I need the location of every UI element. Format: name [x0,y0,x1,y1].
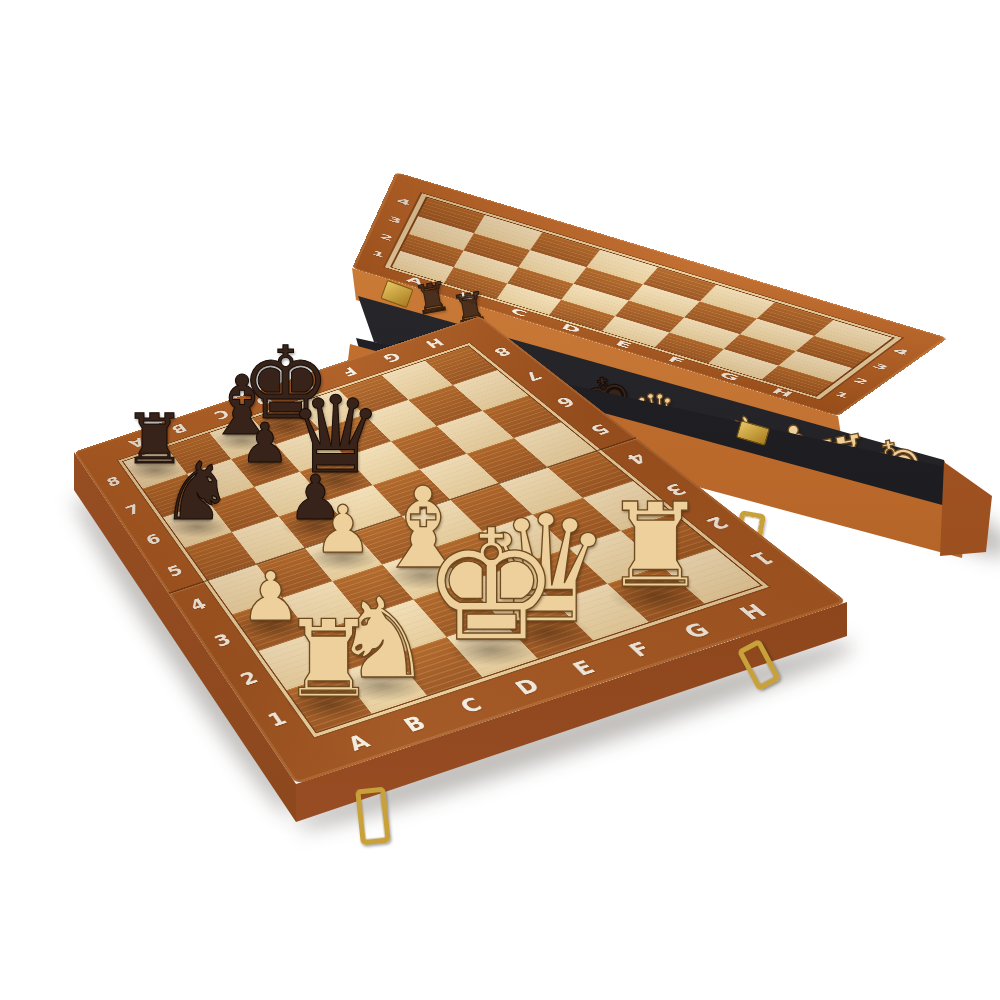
cast-shadow [885,474,1000,565]
lid-square-b1 [474,215,542,250]
square-c3[interactable] [332,565,413,617]
lid-square-a2 [409,216,474,250]
fold-seam [168,437,637,594]
square-g2[interactable] [569,531,661,584]
case-right-side [0,0,1000,1000]
case-front-wall [0,0,1000,1000]
square-h7[interactable] [453,370,528,411]
lid-square-g3 [724,334,796,365]
lid-rank-label: 4 [395,195,412,207]
lid-square-d1 [586,250,658,285]
stored-white-queen[interactable]: ♛ [624,383,684,448]
case-hanging-clasp-icon[interactable] [734,510,766,552]
square-a5[interactable] [185,532,256,580]
lid-square-a4 [392,251,454,283]
lid-file-label: A [405,274,425,287]
black-pawn-c5[interactable]: ♟ [288,468,343,530]
square-a3[interactable] [232,598,310,651]
file-label-front: E [567,656,601,680]
square-h2[interactable] [621,514,715,566]
square-f4[interactable] [450,483,533,531]
square-h3[interactable] [583,481,673,531]
case-lid-board: ABCDEFGH11223344 [352,172,948,416]
file-label-front: H [734,600,774,624]
case-front-left-latch-icon[interactable] [370,382,401,405]
file-label-back: D [252,392,276,408]
stored-white-king[interactable]: ♚ [853,426,932,511]
file-label-front: C [455,693,488,718]
square-a8[interactable] [123,447,186,488]
square-h5[interactable] [514,422,596,467]
lid-rank-label: 3 [387,214,404,226]
lid-square-d4 [549,300,615,331]
white-queen-e1[interactable]: ♛ [479,496,612,645]
lid-rank-label: 2 [850,376,871,386]
square-f2[interactable] [517,548,608,602]
lid-file-label: C [508,306,529,318]
square-e6[interactable] [345,441,419,485]
playing-board-area: AABBCCDDEEFFGGHH1122334455667788♚♝♟♜♛♟♞♟… [0,0,1000,1000]
stored-white-knight[interactable]: ♞ [717,403,781,472]
square-h6[interactable] [482,395,561,438]
lid-file-label: F [665,355,687,366]
rank-label-right: 6 [552,394,580,410]
lid-square-e3 [615,301,684,333]
square-g3[interactable] [533,498,621,548]
rank-label-right: 7 [520,368,547,384]
rank-label-right: 1 [744,547,780,569]
square-g7[interactable] [408,385,482,426]
lid-square-e1 [643,267,716,301]
lid-file-label: G [717,370,742,382]
rank-label-right: 8 [490,344,515,359]
lid-square-e4 [602,316,669,347]
lid-square-h2 [796,336,872,368]
file-label-back: B [168,421,190,437]
square-b4[interactable] [256,548,332,598]
white-rook-g1[interactable]: ♜ [603,488,708,605]
piece-shadow [213,430,270,451]
square-e5[interactable] [373,469,450,515]
black-knight-a6[interactable]: ♞ [161,452,233,532]
lid-square-h4 [762,366,834,396]
white-pawn-c4[interactable]: ♟ [313,497,372,563]
piece-shadow [127,460,182,480]
square-c7[interactable] [231,444,300,487]
white-bishop-d3[interactable]: ♝ [373,472,473,584]
lid-square-d2 [574,267,644,300]
file-label-front: D [510,674,546,699]
piece-shadow [233,612,308,639]
lid-square-f1 [700,285,775,319]
piece-shadow [303,469,368,493]
lid-rank-label: 1 [371,248,387,259]
lid-square-b2 [464,233,531,267]
lid-latch-icon[interactable] [380,280,413,308]
square-b2[interactable] [310,617,393,673]
rank-label-left: 2 [236,667,262,690]
lid-square-e2 [629,284,700,317]
lid-square-c2 [518,250,586,284]
cast-shadow [294,630,856,840]
board-front-left-clasp-icon[interactable] [355,787,391,846]
lid-square-b4 [444,267,507,299]
lid-rank-label: 4 [890,346,913,357]
square-f3[interactable] [482,515,568,566]
lid-rank-label: 1 [832,390,853,400]
stored-black-rook[interactable]: ♜ [390,331,439,384]
lid-board-grid [392,198,892,396]
square-a7[interactable] [143,474,209,517]
lid-square-a1 [418,198,485,233]
lid-square-f2 [684,301,757,334]
square-d8[interactable] [252,404,319,444]
square-f8[interactable] [339,375,409,415]
rank-label-right: 2 [700,512,734,532]
file-label-back: E [295,379,317,394]
square-b1[interactable] [340,655,427,714]
square-f7[interactable] [364,400,437,441]
storage-case: ABCDEFGH11223344♜♜♜♞♝♟♚♛♟♞♝♜♚ [0,0,1000,1000]
square-d4[interactable] [353,516,432,565]
stored-black-bishop[interactable]: ♝ [484,351,538,409]
piece-shadow [384,561,462,589]
rank-label-left: 4 [186,594,210,614]
square-h1[interactable] [661,548,760,603]
square-a2[interactable] [259,634,340,690]
square-c1[interactable] [393,637,482,695]
lid-file-label: H [769,387,795,399]
lid-rank-label: 3 [870,361,892,371]
piece-shadow [281,514,349,539]
white-king-d1[interactable]: ♚ [422,509,560,663]
square-d5[interactable] [326,485,402,532]
cast-shadow [66,489,303,821]
stored-white-rook[interactable]: ♜ [811,424,880,498]
square-g8[interactable] [382,361,453,400]
lid-square-h1 [814,320,892,353]
lid-file-label: E [613,339,634,351]
lid-rank-label: 2 [379,231,395,242]
rank-label-left: 7 [122,501,143,518]
black-bishop-c8[interactable]: ♝ [205,365,278,447]
lid-square-f3 [669,317,740,349]
square-e7[interactable] [320,415,391,457]
square-d1[interactable] [447,619,538,677]
lid-square-g1 [757,302,833,336]
square-g4[interactable] [499,467,583,515]
square-e3[interactable] [432,531,517,582]
rank-label-right: 3 [660,480,692,499]
square-e1[interactable] [500,602,593,659]
black-pawn-c7[interactable]: ♟ [240,416,289,471]
piece-shadow [447,634,536,666]
piece-shadow [235,456,295,478]
rank-label-left: 8 [103,473,123,489]
table-shadows [0,0,1000,1000]
square-a4[interactable] [208,564,282,614]
rank-label-right: 4 [621,449,652,467]
square-c8[interactable] [209,418,275,459]
square-d3[interactable] [382,548,465,600]
piece-shadow [307,545,379,571]
lid-square-h3 [778,351,852,382]
square-b6[interactable] [209,487,279,532]
piece-shadow [166,515,228,538]
square-c2[interactable] [362,600,447,655]
stored-white-bishop[interactable]: ♝ [764,414,830,485]
stored-black-knight[interactable]: ♞ [437,341,488,396]
lid-square-c4 [497,283,561,315]
file-label-front: F [623,638,658,662]
file-label-back: C [210,407,232,422]
piece-shadow [340,670,426,701]
piece-shadow [286,688,371,719]
main-board: AABBCCDDEEFFGGHH1122334455667788 [74,316,847,784]
square-d2[interactable] [413,582,500,637]
square-h4[interactable] [547,451,633,498]
stored-white-pawn[interactable]: ♟ [679,410,724,458]
board-front-side [0,0,1000,1000]
lid-file-label: B [456,290,477,303]
square-g6[interactable] [437,411,514,454]
rank-label-left: 5 [163,561,186,580]
square-e2[interactable] [465,565,554,619]
lid-square-g2 [740,319,814,351]
square-a1[interactable] [287,672,372,732]
square-c6[interactable] [254,472,325,517]
stored-black-rook[interactable]: ♜ [449,285,491,331]
file-label-front: A [343,730,375,756]
white-pawn-a3[interactable]: ♟ [240,563,301,631]
square-g5[interactable] [467,438,548,483]
square-e8[interactable] [295,390,364,430]
square-f5[interactable] [420,454,499,500]
file-label-front: B [399,711,432,737]
file-label-back: F [338,364,361,379]
file-label-back: H [421,336,447,351]
square-a6[interactable] [163,502,232,548]
square-b8[interactable] [166,433,231,474]
case-foam-lip [0,0,1000,1000]
board-front-right-clasp-icon[interactable] [737,639,782,692]
square-e4[interactable] [402,499,483,548]
square-c5[interactable] [279,501,353,548]
lid-square-c1 [530,232,600,267]
square-f1[interactable] [554,584,649,641]
rank-label-left: 3 [210,629,235,650]
black-king-d8[interactable]: ♚ [241,334,331,434]
piece-shadow [257,415,315,436]
square-h8[interactable] [425,346,497,385]
square-f6[interactable] [391,426,467,469]
square-b7[interactable] [187,459,254,502]
case-foam [0,0,1000,1000]
lid-file-label: D [559,322,582,335]
stored-black-rook[interactable]: ♜ [411,275,453,321]
lid-square-f4 [655,333,724,364]
chess-set-photo: ABCDEFGH11223344♜♜♜♞♝♟♚♛♟♞♝♜♚ AABBCCDDEE… [0,0,1000,1000]
file-label-front: G [678,619,717,644]
lid-square-d3 [561,284,629,316]
board-left-side [0,0,1000,1000]
lid-square-g4 [708,349,778,379]
piece-shadow [608,578,701,612]
square-d6[interactable] [300,457,373,501]
rank-label-left: 6 [142,530,164,548]
case-front-right-latch-icon[interactable] [736,420,770,446]
white-rook-a1[interactable]: ♜ [281,606,376,712]
square-g1[interactable] [607,566,704,622]
black-rook-a8[interactable]: ♜ [124,405,186,474]
case-lid-edge [0,0,1000,1000]
lid-square-b3 [454,250,519,283]
white-knight-b1[interactable]: ♞ [333,583,433,695]
black-queen-d6[interactable]: ♛ [288,382,384,489]
piece-shadow [501,615,591,648]
lid-square-c3 [507,267,573,300]
file-label-back: G [379,350,404,365]
rank-label-right: 5 [585,421,614,438]
file-label-back: A [126,435,147,451]
square-c4[interactable] [305,532,383,581]
rank-label-left: 1 [263,707,291,731]
stored-black-king[interactable]: ♚ [574,366,639,436]
square-b5[interactable] [232,516,305,563]
square-b3[interactable] [282,581,361,634]
main-board-grid [123,346,760,732]
square-d7[interactable] [275,430,345,472]
stored-black-pawn[interactable]: ♟ [538,377,578,420]
lid-square-a3 [400,234,463,267]
